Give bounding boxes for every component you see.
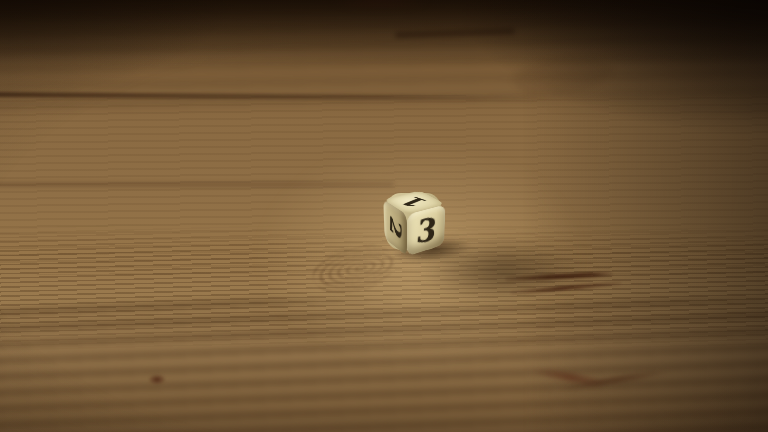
vignette-overlay [0, 0, 768, 432]
photo-scene: 1 2 3 [0, 0, 768, 432]
